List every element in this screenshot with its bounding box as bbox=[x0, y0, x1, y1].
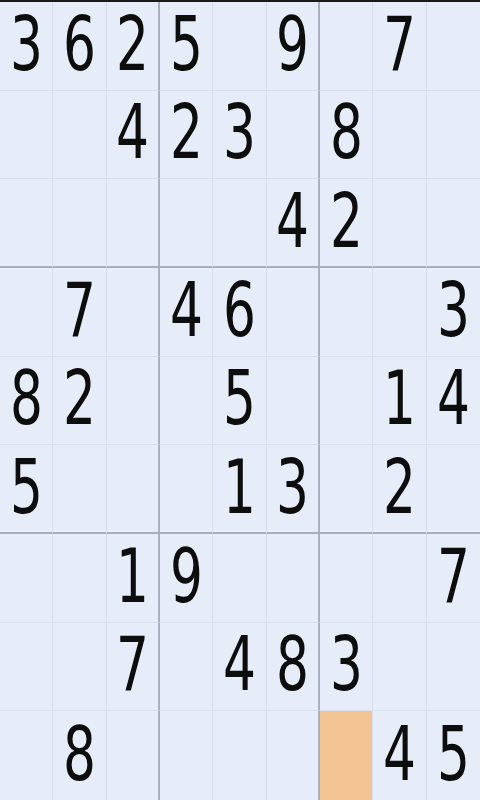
cell-r1c1[interactable]: 3 bbox=[0, 2, 53, 91]
cell-value: 5 bbox=[10, 450, 43, 524]
cell-value: 6 bbox=[63, 7, 96, 81]
cell-r6c5[interactable]: 1 bbox=[213, 445, 266, 534]
cell-value: 4 bbox=[383, 717, 416, 791]
cell-r2c4[interactable]: 2 bbox=[160, 91, 213, 180]
cell-r3c5[interactable] bbox=[213, 179, 266, 268]
sudoku-board: 36259742384274638251451321977483845 bbox=[0, 2, 480, 800]
cell-r9c2[interactable]: 8 bbox=[53, 711, 106, 800]
cell-value: 1 bbox=[116, 539, 149, 613]
cell-r1c4[interactable]: 5 bbox=[160, 2, 213, 91]
cell-r2c1[interactable] bbox=[0, 91, 53, 180]
cell-r2c3[interactable]: 4 bbox=[107, 91, 160, 180]
cell-r1c2[interactable]: 6 bbox=[53, 2, 106, 91]
cell-value: 8 bbox=[276, 627, 309, 701]
cell-value: 9 bbox=[276, 7, 309, 81]
cell-r9c9[interactable]: 5 bbox=[427, 711, 480, 800]
cell-r4c6[interactable] bbox=[267, 268, 320, 357]
cell-value: 4 bbox=[437, 361, 470, 435]
cell-r1c5[interactable] bbox=[213, 2, 266, 91]
cell-r5c7[interactable] bbox=[320, 357, 373, 446]
cell-r4c4[interactable]: 4 bbox=[160, 268, 213, 357]
cell-value: 8 bbox=[330, 95, 363, 169]
cell-value: 8 bbox=[10, 361, 43, 435]
cell-r2c7[interactable]: 8 bbox=[320, 91, 373, 180]
cell-r5c3[interactable] bbox=[107, 357, 160, 446]
cell-r1c6[interactable]: 9 bbox=[267, 2, 320, 91]
cell-r8c4[interactable] bbox=[160, 623, 213, 712]
cell-r7c5[interactable] bbox=[213, 534, 266, 623]
cell-value: 9 bbox=[170, 539, 203, 613]
cell-r7c3[interactable]: 1 bbox=[107, 534, 160, 623]
cell-value: 2 bbox=[116, 7, 149, 81]
cell-r9c6[interactable] bbox=[267, 711, 320, 800]
cell-value: 2 bbox=[170, 95, 203, 169]
cell-r5c1[interactable]: 8 bbox=[0, 357, 53, 446]
cell-r4c7[interactable] bbox=[320, 268, 373, 357]
cell-r2c9[interactable] bbox=[427, 91, 480, 180]
cell-value: 5 bbox=[170, 7, 203, 81]
cell-r2c8[interactable] bbox=[373, 91, 426, 180]
cell-r4c1[interactable] bbox=[0, 268, 53, 357]
cell-value: 7 bbox=[63, 273, 96, 347]
cell-r3c3[interactable] bbox=[107, 179, 160, 268]
cell-r8c7[interactable]: 3 bbox=[320, 623, 373, 712]
cell-r6c6[interactable]: 3 bbox=[267, 445, 320, 534]
cell-value: 3 bbox=[10, 7, 43, 81]
cell-r5c4[interactable] bbox=[160, 357, 213, 446]
cell-value: 2 bbox=[383, 450, 416, 524]
cell-value: 3 bbox=[437, 273, 470, 347]
cell-value: 2 bbox=[63, 361, 96, 435]
cell-r9c5[interactable] bbox=[213, 711, 266, 800]
cell-value: 1 bbox=[383, 361, 416, 435]
cell-r9c1[interactable] bbox=[0, 711, 53, 800]
cell-value: 1 bbox=[223, 450, 256, 524]
cell-r6c9[interactable] bbox=[427, 445, 480, 534]
cell-r8c8[interactable] bbox=[373, 623, 426, 712]
cell-r4c5[interactable]: 6 bbox=[213, 268, 266, 357]
cell-r3c1[interactable] bbox=[0, 179, 53, 268]
cell-value: 5 bbox=[437, 717, 470, 791]
cell-r6c4[interactable] bbox=[160, 445, 213, 534]
cell-value: 7 bbox=[383, 7, 416, 81]
cell-r7c9[interactable]: 7 bbox=[427, 534, 480, 623]
cell-value: 7 bbox=[116, 627, 149, 701]
cell-r4c9[interactable]: 3 bbox=[427, 268, 480, 357]
cell-r6c1[interactable]: 5 bbox=[0, 445, 53, 534]
cell-r9c7[interactable] bbox=[320, 711, 373, 800]
cell-r7c7[interactable] bbox=[320, 534, 373, 623]
cell-r3c6[interactable]: 4 bbox=[267, 179, 320, 268]
cell-r9c4[interactable] bbox=[160, 711, 213, 800]
cell-r2c6[interactable] bbox=[267, 91, 320, 180]
cell-r6c7[interactable] bbox=[320, 445, 373, 534]
cell-r2c2[interactable] bbox=[53, 91, 106, 180]
cell-r6c3[interactable] bbox=[107, 445, 160, 534]
cell-value: 4 bbox=[170, 273, 203, 347]
cell-value: 8 bbox=[63, 717, 96, 791]
cell-r6c2[interactable] bbox=[53, 445, 106, 534]
cell-r1c7[interactable] bbox=[320, 2, 373, 91]
cell-r5c9[interactable]: 4 bbox=[427, 357, 480, 446]
cell-r7c8[interactable] bbox=[373, 534, 426, 623]
cell-value: 6 bbox=[223, 273, 256, 347]
cell-value: 3 bbox=[276, 450, 309, 524]
cell-r8c6[interactable]: 8 bbox=[267, 623, 320, 712]
cell-r4c3[interactable] bbox=[107, 268, 160, 357]
cell-value: 4 bbox=[223, 627, 256, 701]
cell-value: 4 bbox=[276, 184, 309, 258]
cell-r8c3[interactable]: 7 bbox=[107, 623, 160, 712]
cell-value: 2 bbox=[330, 184, 363, 258]
cell-value: 7 bbox=[437, 539, 470, 613]
cell-r4c2[interactable]: 7 bbox=[53, 268, 106, 357]
cell-r7c2[interactable] bbox=[53, 534, 106, 623]
cell-r3c7[interactable]: 2 bbox=[320, 179, 373, 268]
cell-r8c1[interactable] bbox=[0, 623, 53, 712]
cell-value: 3 bbox=[330, 627, 363, 701]
cell-r9c8[interactable]: 4 bbox=[373, 711, 426, 800]
cell-r4c8[interactable] bbox=[373, 268, 426, 357]
cell-r8c2[interactable] bbox=[53, 623, 106, 712]
cell-r3c2[interactable] bbox=[53, 179, 106, 268]
cell-r6c8[interactable]: 2 bbox=[373, 445, 426, 534]
cell-value: 5 bbox=[223, 361, 256, 435]
cell-r8c9[interactable] bbox=[427, 623, 480, 712]
cell-r1c3[interactable]: 2 bbox=[107, 2, 160, 91]
sudoku-app-screen: 36259742384274638251451321977483845 bbox=[0, 0, 480, 800]
cell-r7c4[interactable]: 9 bbox=[160, 534, 213, 623]
cell-r5c8[interactable]: 1 bbox=[373, 357, 426, 446]
cell-r3c9[interactable] bbox=[427, 179, 480, 268]
cell-r1c8[interactable]: 7 bbox=[373, 2, 426, 91]
cell-r2c5[interactable]: 3 bbox=[213, 91, 266, 180]
cell-r8c5[interactable]: 4 bbox=[213, 623, 266, 712]
cell-r9c3[interactable] bbox=[107, 711, 160, 800]
cell-r7c1[interactable] bbox=[0, 534, 53, 623]
cell-value: 3 bbox=[223, 95, 256, 169]
cell-r5c2[interactable]: 2 bbox=[53, 357, 106, 446]
cell-r5c5[interactable]: 5 bbox=[213, 357, 266, 446]
cell-r7c6[interactable] bbox=[267, 534, 320, 623]
cell-value: 4 bbox=[116, 95, 149, 169]
cell-r5c6[interactable] bbox=[267, 357, 320, 446]
cell-r3c8[interactable] bbox=[373, 179, 426, 268]
cell-r3c4[interactable] bbox=[160, 179, 213, 268]
cell-r1c9[interactable] bbox=[427, 2, 480, 91]
